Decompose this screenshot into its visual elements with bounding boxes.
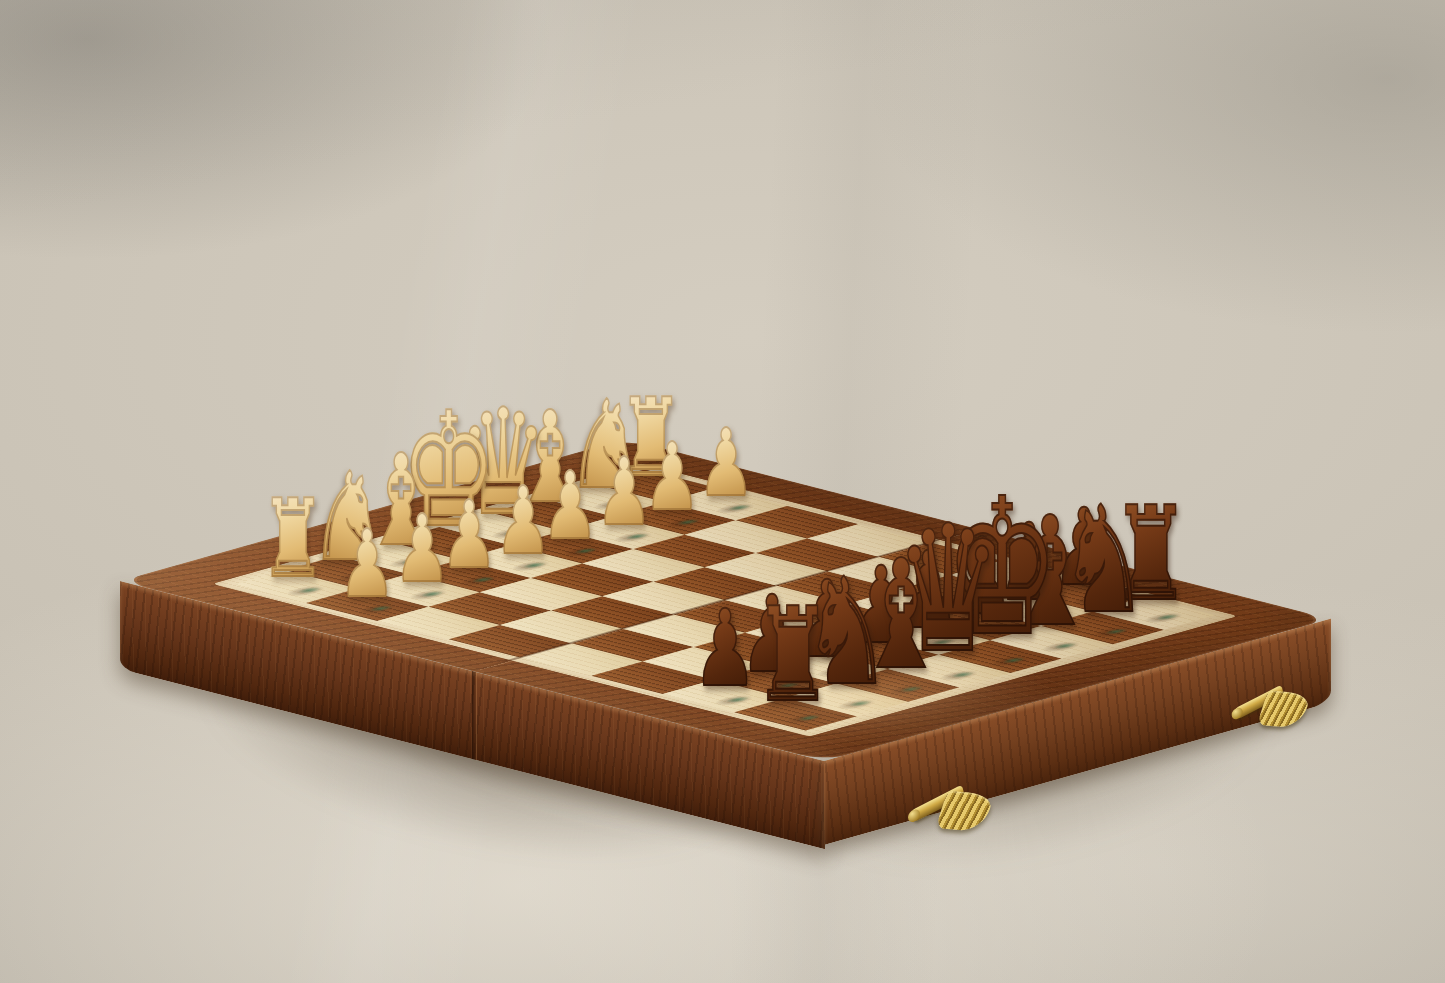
rook-glyph-icon: ♜ (260, 485, 326, 593)
piece-white-pawn-a2[interactable]: ♟ (697, 417, 754, 510)
rook-glyph-icon: ♜ (753, 590, 832, 720)
brass-clasp-right (1232, 669, 1317, 750)
pawn-glyph-icon: ♟ (697, 417, 754, 510)
pawn-glyph-icon: ♟ (596, 446, 653, 539)
piece-white-pawn-e2[interactable]: ♟ (495, 475, 552, 568)
chess-set-photo-scene: ♜♞♝♚♛♝♞♜♟♟♟♟♟♟♟♟♟♟♟♟♟♟♟♟♜♞♝♛♚♝♞♜ (0, 0, 1445, 983)
fold-seam-side (472, 671, 476, 760)
pawn-glyph-icon: ♟ (393, 503, 450, 596)
piece-white-pawn-g2[interactable]: ♟ (393, 503, 450, 596)
pawn-glyph-icon: ♟ (495, 475, 552, 568)
piece-white-pawn-c2[interactable]: ♟ (596, 446, 653, 539)
piece-white-pawn-h2[interactable]: ♟ (339, 518, 396, 611)
piece-white-rook-h1[interactable]: ♜ (260, 485, 326, 593)
piece-black-rook-h8[interactable]: ♜ (753, 590, 832, 720)
clasp-knob-icon (1232, 706, 1243, 720)
pawn-glyph-icon: ♟ (693, 596, 758, 702)
clasp-knob-icon (908, 808, 920, 823)
brass-clasp-front (908, 768, 1000, 856)
pawn-glyph-icon: ♟ (339, 518, 396, 611)
clasp-leaf-icon (1257, 690, 1312, 728)
piece-black-pawn-h7[interactable]: ♟ (693, 596, 758, 702)
pieces-layer: ♜♞♝♚♛♝♞♜♟♟♟♟♟♟♟♟♟♟♟♟♟♟♟♟♜♞♝♛♚♝♞♜ (0, 0, 1445, 983)
